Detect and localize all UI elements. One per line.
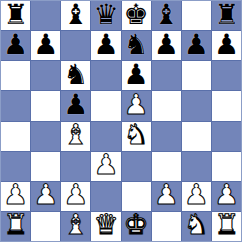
piece-black-pawn[interactable]: ♟ — [214, 31, 239, 59]
square-d8[interactable]: ♛ — [91, 1, 120, 30]
piece-black-rook[interactable]: ♜ — [3, 1, 28, 29]
square-g1[interactable]: ♞ — [182, 212, 211, 241]
square-f5[interactable] — [152, 91, 181, 120]
piece-black-pawn[interactable]: ♟ — [184, 31, 209, 59]
square-d5[interactable] — [91, 91, 120, 120]
square-f2[interactable]: ♟ — [152, 182, 181, 211]
square-c4[interactable]: ♝ — [61, 122, 90, 151]
square-c3[interactable] — [61, 152, 90, 181]
square-h4[interactable] — [212, 122, 241, 151]
square-b6[interactable] — [31, 61, 60, 90]
square-g5[interactable] — [182, 91, 211, 120]
piece-black-king[interactable]: ♚ — [124, 1, 149, 29]
square-a8[interactable]: ♜ — [1, 1, 30, 30]
square-c2[interactable]: ♟ — [61, 182, 90, 211]
piece-white-queen[interactable]: ♛ — [93, 212, 118, 240]
square-c7[interactable] — [61, 31, 90, 60]
piece-white-bishop[interactable]: ♝ — [63, 212, 88, 240]
square-b4[interactable] — [31, 122, 60, 151]
square-e2[interactable] — [122, 182, 151, 211]
piece-white-pawn[interactable]: ♟ — [124, 91, 149, 119]
square-b7[interactable]: ♟ — [31, 31, 60, 60]
piece-black-pawn[interactable]: ♟ — [93, 31, 118, 59]
square-b3[interactable] — [31, 152, 60, 181]
piece-white-pawn[interactable]: ♟ — [214, 182, 239, 210]
square-h3[interactable] — [212, 152, 241, 181]
square-d2[interactable] — [91, 182, 120, 211]
piece-white-knight[interactable]: ♞ — [124, 122, 149, 150]
square-f3[interactable] — [152, 152, 181, 181]
piece-white-knight[interactable]: ♞ — [184, 212, 209, 240]
square-c8[interactable]: ♝ — [61, 1, 90, 30]
square-d1[interactable]: ♛ — [91, 212, 120, 241]
square-e6[interactable]: ♟ — [122, 61, 151, 90]
square-c6[interactable]: ♞ — [61, 61, 90, 90]
square-c5[interactable]: ♟ — [61, 91, 90, 120]
piece-black-bishop[interactable]: ♝ — [154, 1, 179, 29]
square-e3[interactable] — [122, 152, 151, 181]
piece-black-pawn[interactable]: ♟ — [63, 91, 88, 119]
square-g2[interactable]: ♟ — [182, 182, 211, 211]
piece-white-pawn[interactable]: ♟ — [33, 182, 58, 210]
square-f4[interactable] — [152, 122, 181, 151]
square-b5[interactable] — [31, 91, 60, 120]
piece-white-bishop[interactable]: ♝ — [63, 122, 88, 150]
square-h6[interactable] — [212, 61, 241, 90]
piece-black-pawn[interactable]: ♟ — [33, 31, 58, 59]
piece-black-knight[interactable]: ♞ — [63, 61, 88, 89]
piece-black-knight[interactable]: ♞ — [124, 31, 149, 59]
piece-white-pawn[interactable]: ♟ — [184, 182, 209, 210]
piece-white-king[interactable]: ♚ — [124, 212, 149, 240]
piece-black-pawn[interactable]: ♟ — [154, 31, 179, 59]
square-a6[interactable] — [1, 61, 30, 90]
square-a4[interactable] — [1, 122, 30, 151]
square-d6[interactable] — [91, 61, 120, 90]
square-f8[interactable]: ♝ — [152, 1, 181, 30]
piece-black-pawn[interactable]: ♟ — [3, 31, 28, 59]
square-a5[interactable] — [1, 91, 30, 120]
square-a7[interactable]: ♟ — [1, 31, 30, 60]
square-e8[interactable]: ♚ — [122, 1, 151, 30]
square-e7[interactable]: ♞ — [122, 31, 151, 60]
square-f1[interactable] — [152, 212, 181, 241]
square-g8[interactable] — [182, 1, 211, 30]
piece-black-rook[interactable]: ♜ — [214, 1, 239, 29]
square-h5[interactable] — [212, 91, 241, 120]
square-a3[interactable] — [1, 152, 30, 181]
square-e4[interactable]: ♞ — [122, 122, 151, 151]
square-h8[interactable]: ♜ — [212, 1, 241, 30]
square-f6[interactable] — [152, 61, 181, 90]
square-c1[interactable]: ♝ — [61, 212, 90, 241]
square-a2[interactable]: ♟ — [1, 182, 30, 211]
square-g6[interactable] — [182, 61, 211, 90]
square-g7[interactable]: ♟ — [182, 31, 211, 60]
chess-board: ♜♝♛♚♝♜♟♟♟♞♟♟♟♞♟♟♟♝♞♟♟♟♟♟♟♟♜♝♛♚♞♜ — [0, 0, 242, 242]
square-e1[interactable]: ♚ — [122, 212, 151, 241]
piece-white-pawn[interactable]: ♟ — [93, 152, 118, 180]
square-b1[interactable] — [31, 212, 60, 241]
piece-black-bishop[interactable]: ♝ — [63, 1, 88, 29]
square-a1[interactable]: ♜ — [1, 212, 30, 241]
piece-black-queen[interactable]: ♛ — [93, 1, 118, 29]
square-b2[interactable]: ♟ — [31, 182, 60, 211]
piece-white-pawn[interactable]: ♟ — [154, 182, 179, 210]
square-b8[interactable] — [31, 1, 60, 30]
piece-white-pawn[interactable]: ♟ — [3, 182, 28, 210]
square-d7[interactable]: ♟ — [91, 31, 120, 60]
piece-white-rook[interactable]: ♜ — [3, 212, 28, 240]
square-e5[interactable]: ♟ — [122, 91, 151, 120]
piece-white-pawn[interactable]: ♟ — [63, 182, 88, 210]
piece-white-rook[interactable]: ♜ — [214, 212, 239, 240]
square-g4[interactable] — [182, 122, 211, 151]
square-g3[interactable] — [182, 152, 211, 181]
square-d3[interactable]: ♟ — [91, 152, 120, 181]
square-f7[interactable]: ♟ — [152, 31, 181, 60]
square-h1[interactable]: ♜ — [212, 212, 241, 241]
square-h7[interactable]: ♟ — [212, 31, 241, 60]
square-h2[interactable]: ♟ — [212, 182, 241, 211]
square-d4[interactable] — [91, 122, 120, 151]
piece-black-pawn[interactable]: ♟ — [124, 61, 149, 89]
